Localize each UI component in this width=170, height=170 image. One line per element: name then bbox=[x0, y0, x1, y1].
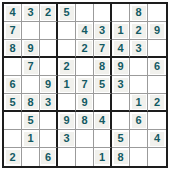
cell-r3c2: 9 bbox=[22, 40, 40, 58]
cell-r1c7[interactable] bbox=[112, 4, 130, 22]
given-digit: 2 bbox=[6, 150, 20, 164]
cell-r8c6[interactable] bbox=[94, 130, 112, 148]
given-digit: 9 bbox=[78, 95, 92, 109]
cell-r4c9: 6 bbox=[148, 58, 166, 76]
cell-r1c6[interactable] bbox=[94, 4, 112, 22]
given-digit: 8 bbox=[132, 6, 146, 20]
cell-r6c2: 8 bbox=[22, 94, 40, 112]
cell-r8c9: 4 bbox=[148, 130, 166, 148]
cell-r6c3: 3 bbox=[40, 94, 58, 112]
cell-r3c7: 4 bbox=[112, 40, 130, 58]
given-digit: 7 bbox=[24, 60, 38, 74]
cell-r5c1: 6 bbox=[4, 76, 22, 94]
cell-r6c5: 9 bbox=[76, 94, 94, 112]
cell-r8c1[interactable] bbox=[4, 130, 22, 148]
cell-r1c8: 8 bbox=[130, 4, 148, 22]
cell-r7c1[interactable] bbox=[4, 112, 22, 130]
cell-r4c5[interactable] bbox=[76, 58, 94, 76]
given-digit: 4 bbox=[150, 132, 164, 146]
given-digit: 3 bbox=[24, 6, 38, 20]
cell-r7c9[interactable] bbox=[148, 112, 166, 130]
cell-r5c3: 9 bbox=[40, 76, 58, 94]
given-digit: 3 bbox=[114, 78, 128, 92]
given-digit: 4 bbox=[95, 114, 109, 128]
given-digit: 3 bbox=[60, 132, 74, 146]
cell-r5c2[interactable] bbox=[22, 76, 40, 94]
given-digit: 9 bbox=[24, 41, 38, 55]
cell-r2c2[interactable] bbox=[22, 22, 40, 40]
cell-r4c6: 8 bbox=[94, 58, 112, 76]
given-digit: 4 bbox=[114, 41, 128, 55]
given-digit: 2 bbox=[132, 24, 146, 38]
cell-r6c1: 5 bbox=[4, 94, 22, 112]
given-digit: 2 bbox=[60, 60, 74, 74]
cell-r3c1: 8 bbox=[4, 40, 22, 58]
cell-r3c8: 3 bbox=[130, 40, 148, 58]
given-digit: 8 bbox=[78, 114, 92, 128]
given-digit: 4 bbox=[6, 6, 20, 20]
given-digit: 2 bbox=[78, 41, 92, 55]
cell-r9c7: 8 bbox=[112, 148, 130, 166]
cell-r1c5[interactable] bbox=[76, 4, 94, 22]
given-digit: 3 bbox=[41, 95, 55, 109]
cell-r4c8[interactable] bbox=[130, 58, 148, 76]
cell-r3c9[interactable] bbox=[148, 40, 166, 58]
cell-r3c6: 7 bbox=[94, 40, 112, 58]
cell-r2c9: 9 bbox=[148, 22, 166, 40]
given-digit: 9 bbox=[60, 114, 74, 128]
cell-r4c4: 2 bbox=[58, 58, 76, 76]
cell-r2c5: 4 bbox=[76, 22, 94, 40]
cell-r4c3[interactable] bbox=[40, 58, 58, 76]
given-digit: 8 bbox=[95, 60, 109, 74]
given-digit: 3 bbox=[132, 41, 146, 55]
cell-r3c5: 2 bbox=[76, 40, 94, 58]
cell-r3c3[interactable] bbox=[40, 40, 58, 58]
cell-r9c2[interactable] bbox=[22, 148, 40, 166]
cell-r1c4: 5 bbox=[58, 4, 76, 22]
cell-r6c6[interactable] bbox=[94, 94, 112, 112]
given-digit: 9 bbox=[41, 78, 55, 92]
cell-r5c5: 7 bbox=[76, 76, 94, 94]
given-digit: 6 bbox=[41, 150, 55, 164]
cell-r6c9: 2 bbox=[148, 94, 166, 112]
cell-r5c4: 1 bbox=[58, 76, 76, 94]
cell-r7c2: 5 bbox=[22, 112, 40, 130]
cell-r5c9[interactable] bbox=[148, 76, 166, 94]
given-digit: 9 bbox=[150, 24, 164, 38]
cell-r9c3: 6 bbox=[40, 148, 58, 166]
given-digit: 7 bbox=[78, 78, 92, 92]
given-digit: 3 bbox=[95, 24, 109, 38]
cell-r2c1: 7 bbox=[4, 22, 22, 40]
given-digit: 6 bbox=[6, 78, 20, 92]
cell-r1c9[interactable] bbox=[148, 4, 166, 22]
cell-r8c4: 3 bbox=[58, 130, 76, 148]
cell-r2c7: 1 bbox=[112, 22, 130, 40]
given-digit: 1 bbox=[60, 78, 74, 92]
cell-r7c7[interactable] bbox=[112, 112, 130, 130]
cell-r2c3[interactable] bbox=[40, 22, 58, 40]
given-digit: 5 bbox=[114, 132, 128, 146]
cell-r8c2: 1 bbox=[22, 130, 40, 148]
cell-r9c9[interactable] bbox=[148, 148, 166, 166]
given-digit: 5 bbox=[6, 95, 20, 109]
cell-r7c6: 4 bbox=[94, 112, 112, 130]
given-digit: 9 bbox=[114, 60, 128, 74]
cell-r6c7[interactable] bbox=[112, 94, 130, 112]
given-digit: 5 bbox=[60, 6, 74, 20]
given-digit: 8 bbox=[24, 95, 38, 109]
given-digit: 5 bbox=[24, 114, 38, 128]
cell-r9c5[interactable] bbox=[76, 148, 94, 166]
cell-r9c1: 2 bbox=[4, 148, 22, 166]
cell-r9c4[interactable] bbox=[58, 148, 76, 166]
cell-r8c7: 5 bbox=[112, 130, 130, 148]
cell-r7c4: 9 bbox=[58, 112, 76, 130]
given-digit: 7 bbox=[95, 41, 109, 55]
cell-r8c8[interactable] bbox=[130, 130, 148, 148]
given-digit: 5 bbox=[95, 78, 109, 92]
cell-r3c4[interactable] bbox=[58, 40, 76, 58]
cell-r5c6: 5 bbox=[94, 76, 112, 94]
cell-r4c7: 9 bbox=[112, 58, 130, 76]
cell-r7c3[interactable] bbox=[40, 112, 58, 130]
cell-r4c2: 7 bbox=[22, 58, 40, 76]
given-digit: 2 bbox=[150, 95, 164, 109]
given-digit: 6 bbox=[150, 60, 164, 74]
given-digit: 6 bbox=[132, 114, 146, 128]
cell-r1c1: 4 bbox=[4, 4, 22, 22]
given-digit: 2 bbox=[41, 6, 55, 20]
cell-r6c4[interactable] bbox=[58, 94, 76, 112]
given-digit: 1 bbox=[132, 95, 146, 109]
cell-r2c6: 3 bbox=[94, 22, 112, 40]
given-digit: 1 bbox=[24, 132, 38, 146]
given-digit: 8 bbox=[6, 41, 20, 55]
cell-r1c2: 3 bbox=[22, 4, 40, 22]
cell-r7c5: 8 bbox=[76, 112, 94, 130]
cell-r9c6: 1 bbox=[94, 148, 112, 166]
cell-r9c8[interactable] bbox=[130, 148, 148, 166]
cell-r6c8: 1 bbox=[130, 94, 148, 112]
given-digit: 4 bbox=[78, 24, 92, 38]
cell-r5c8[interactable] bbox=[130, 76, 148, 94]
cell-r2c4[interactable] bbox=[58, 22, 76, 40]
cell-r7c8: 6 bbox=[130, 112, 148, 130]
sudoku-board: 4325874312989274372896691753583912598461… bbox=[2, 2, 168, 168]
cell-r8c5[interactable] bbox=[76, 130, 94, 148]
given-digit: 8 bbox=[114, 150, 128, 164]
given-digit: 7 bbox=[6, 24, 20, 38]
cell-r8c3[interactable] bbox=[40, 130, 58, 148]
cell-r5c7: 3 bbox=[112, 76, 130, 94]
given-digit: 1 bbox=[95, 150, 109, 164]
cell-r2c8: 2 bbox=[130, 22, 148, 40]
given-digit: 1 bbox=[114, 24, 128, 38]
cell-r1c3: 2 bbox=[40, 4, 58, 22]
cell-r4c1[interactable] bbox=[4, 58, 22, 76]
